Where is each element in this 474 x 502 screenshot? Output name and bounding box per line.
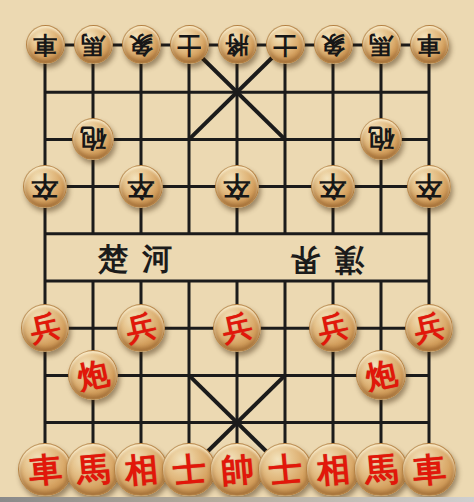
piece-red-soldier[interactable]: 兵 [213,304,262,353]
piece-red-horse[interactable]: 馬 [354,443,407,496]
piece-character: 兵 [411,310,447,346]
piece-black-cannon[interactable]: 砲 [72,118,114,160]
piece-character: 相 [315,452,351,488]
piece-red-general[interactable]: 帥 [210,443,263,496]
piece-red-cannon[interactable]: 炮 [356,350,406,400]
piece-character: 士 [267,452,303,488]
piece-black-cannon[interactable]: 砲 [360,118,402,160]
piece-red-soldier[interactable]: 兵 [405,304,454,353]
piece-character: 兵 [27,310,63,346]
piece-character: 砲 [368,126,394,152]
piece-character: 卒 [415,173,442,200]
piece-character: 象 [129,33,153,57]
piece-black-horse[interactable]: 馬 [362,25,401,64]
piece-black-soldier[interactable]: 卒 [311,165,355,209]
piece-red-chariot[interactable]: 車 [402,443,455,496]
photo-bottom-edge [0,497,474,502]
piece-character: 象 [321,33,345,57]
piece-black-soldier[interactable]: 卒 [23,165,67,209]
piece-character: 馬 [369,33,393,57]
piece-red-cannon[interactable]: 炮 [68,350,118,400]
piece-character: 車 [411,452,447,488]
piece-red-elephant[interactable]: 相 [114,443,167,496]
piece-character: 兵 [219,310,255,346]
piece-character: 士 [273,33,297,57]
piece-character: 相 [123,452,159,488]
piece-black-soldier[interactable]: 卒 [407,165,451,209]
piece-black-chariot[interactable]: 車 [410,25,449,64]
piece-character: 士 [177,33,201,57]
piece-character: 卒 [319,173,346,200]
piece-red-horse[interactable]: 馬 [66,443,119,496]
pieces-layer: 車馬象士將士象馬車砲砲卒卒卒卒卒兵兵兵兵兵炮炮車馬相士帥士相馬車 [21,21,453,493]
piece-red-chariot[interactable]: 車 [18,443,71,496]
piece-black-elephant[interactable]: 象 [122,25,161,64]
piece-character: 車 [27,452,63,488]
piece-red-soldier[interactable]: 兵 [117,304,166,353]
piece-character: 車 [33,33,57,57]
piece-character: 卒 [223,173,250,200]
piece-character: 車 [417,33,441,57]
river-label-han-jie: 漢界 [276,239,364,280]
piece-red-soldier[interactable]: 兵 [309,304,358,353]
piece-character: 將 [225,33,249,57]
piece-character: 卒 [31,173,58,200]
piece-black-soldier[interactable]: 卒 [215,165,259,209]
piece-black-elephant[interactable]: 象 [314,25,353,64]
piece-character: 士 [171,452,207,488]
piece-black-horse[interactable]: 馬 [74,25,113,64]
piece-character: 帥 [219,452,255,488]
piece-black-advisor[interactable]: 士 [170,25,209,64]
piece-character: 兵 [123,310,159,346]
piece-character: 砲 [80,126,106,152]
piece-black-general[interactable]: 將 [218,25,257,64]
piece-character: 炮 [363,357,400,394]
piece-character: 炮 [75,357,112,394]
piece-black-advisor[interactable]: 士 [266,25,305,64]
piece-character: 馬 [81,33,105,57]
piece-character: 馬 [363,452,399,488]
piece-character: 兵 [315,310,351,346]
piece-red-advisor[interactable]: 士 [258,443,311,496]
piece-black-chariot[interactable]: 車 [26,25,65,64]
piece-character: 馬 [75,452,111,488]
river-label-chu-he: 楚河 [98,239,186,280]
piece-red-advisor[interactable]: 士 [162,443,215,496]
piece-black-soldier[interactable]: 卒 [119,165,163,209]
xiangqi-board: 車馬象士將士象馬車砲砲卒卒卒卒卒兵兵兵兵兵炮炮車馬相士帥士相馬車 楚河 漢界 [0,0,474,502]
piece-character: 卒 [127,173,154,200]
piece-red-elephant[interactable]: 相 [306,443,359,496]
piece-red-soldier[interactable]: 兵 [21,304,70,353]
